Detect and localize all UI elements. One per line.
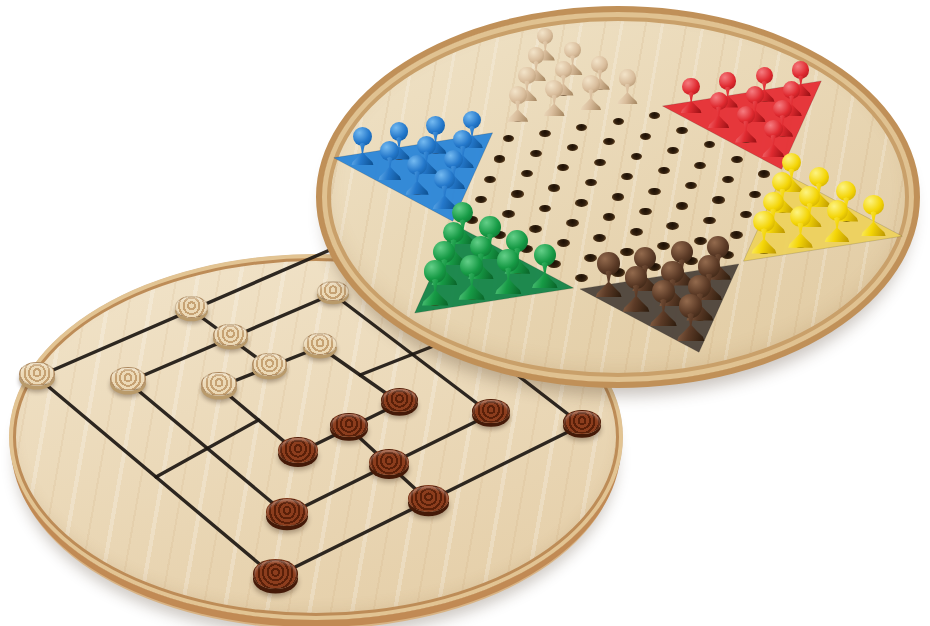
board-hole[interactable] <box>648 188 660 196</box>
peg-body <box>351 143 375 166</box>
board-hole[interactable] <box>575 199 587 207</box>
peg-blue-29[interactable] <box>405 155 430 195</box>
peg-red-11[interactable] <box>680 78 702 114</box>
morris-piece-white-c4[interactable] <box>252 353 288 376</box>
morris-piece-white-c3[interactable] <box>201 372 237 396</box>
peg-body <box>595 270 623 297</box>
board-hole[interactable] <box>631 153 643 160</box>
morris-piece-white-b4[interactable] <box>213 324 247 346</box>
board-hole[interactable] <box>676 202 689 210</box>
board-hole[interactable] <box>593 234 606 242</box>
board-hole[interactable] <box>511 190 523 198</box>
morris-piece-black-g1[interactable] <box>253 559 298 588</box>
peg-body <box>617 84 639 105</box>
board-hole[interactable] <box>530 150 542 157</box>
peg-yellow-36[interactable] <box>861 195 887 237</box>
board-hole[interactable] <box>612 193 624 201</box>
board-hole[interactable] <box>630 228 643 236</box>
peg-body <box>824 217 850 242</box>
board-hole[interactable] <box>667 147 679 154</box>
board-hole[interactable] <box>566 219 579 227</box>
board-hole[interactable] <box>521 170 533 177</box>
peg-green-52[interactable] <box>458 255 486 300</box>
morris-piece-black-f4[interactable] <box>369 449 409 475</box>
board-hole[interactable] <box>731 156 743 163</box>
board-hole[interactable] <box>639 208 652 216</box>
peg-brown-56[interactable] <box>622 266 650 312</box>
board-hole[interactable] <box>749 191 761 199</box>
peg-body <box>707 106 729 128</box>
peg-body <box>751 228 777 253</box>
board-hole[interactable] <box>703 217 716 225</box>
morris-piece-black-f2[interactable] <box>266 498 308 526</box>
peg-body <box>531 262 558 288</box>
peg-natural-12[interactable] <box>543 80 565 116</box>
peg-body <box>495 267 523 294</box>
peg-natural-14[interactable] <box>507 86 529 122</box>
board-hole[interactable] <box>502 210 515 218</box>
peg-body <box>421 279 449 306</box>
peg-brown-51[interactable] <box>595 252 623 297</box>
peg-red-16[interactable] <box>707 92 729 128</box>
morris-piece-white-b2[interactable] <box>110 367 146 391</box>
peg-body <box>735 121 758 143</box>
board-hole[interactable] <box>640 133 651 140</box>
peg-body <box>378 157 402 180</box>
product-photo <box>0 0 930 626</box>
peg-yellow-40[interactable] <box>751 211 777 254</box>
peg-blue-23[interactable] <box>351 127 375 165</box>
peg-body <box>580 89 602 110</box>
peg-brown-59[interactable] <box>676 294 705 341</box>
peg-yellow-39[interactable] <box>787 206 813 248</box>
peg-red-21[interactable] <box>762 120 785 158</box>
board-hole[interactable] <box>613 118 624 125</box>
peg-body <box>680 92 702 113</box>
peg-red-18[interactable] <box>735 106 758 143</box>
board-hole[interactable] <box>594 159 606 166</box>
board-hole[interactable] <box>758 170 770 177</box>
peg-natural-10[interactable] <box>580 75 602 110</box>
morris-piece-white-a4[interactable] <box>175 296 208 317</box>
peg-yellow-37[interactable] <box>824 200 850 242</box>
morris-piece-black-f6[interactable] <box>472 399 510 424</box>
peg-body <box>543 95 565 116</box>
peg-body <box>676 313 705 341</box>
board-hole[interactable] <box>539 130 550 137</box>
morris-piece-black-e3[interactable] <box>278 437 317 463</box>
peg-body <box>507 100 529 121</box>
board-hole[interactable] <box>676 127 687 134</box>
peg-brown-58[interactable] <box>649 280 678 326</box>
board-hole[interactable] <box>730 231 743 239</box>
peg-body <box>458 273 486 300</box>
board-hole[interactable] <box>576 124 587 131</box>
peg-body <box>405 171 430 195</box>
board-hole[interactable] <box>694 162 706 169</box>
peg-body <box>622 285 650 312</box>
board-hole[interactable] <box>585 179 597 187</box>
board-hole[interactable] <box>529 225 542 233</box>
peg-green-54[interactable] <box>421 260 449 305</box>
peg-green-50[interactable] <box>495 249 523 294</box>
board-hole[interactable] <box>712 196 724 204</box>
morris-piece-white-a1[interactable] <box>19 362 55 385</box>
morris-piece-black-g7[interactable] <box>563 410 601 435</box>
peg-natural-8[interactable] <box>617 69 639 104</box>
peg-body <box>787 223 813 248</box>
peg-green-48[interactable] <box>531 244 558 288</box>
peg-body <box>649 299 678 327</box>
peg-body <box>861 211 887 236</box>
peg-blue-26[interactable] <box>378 141 402 180</box>
morris-piece-black-g4[interactable] <box>408 485 450 512</box>
board-hole[interactable] <box>494 155 506 162</box>
board-hole[interactable] <box>548 184 560 192</box>
